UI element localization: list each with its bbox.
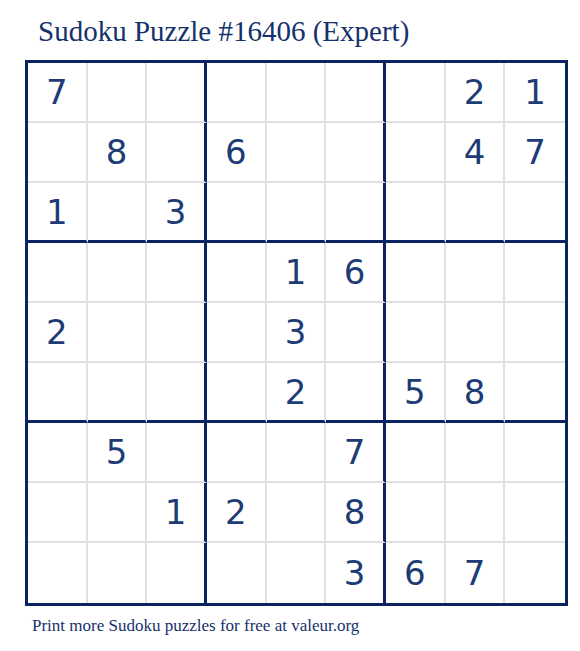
- cell-r3c4[interactable]: [207, 183, 267, 243]
- cell-r9c3[interactable]: [147, 543, 207, 603]
- cell-r8c5[interactable]: [267, 483, 327, 543]
- cell-r2c3[interactable]: [147, 123, 207, 183]
- cell-r2c7[interactable]: [386, 123, 446, 183]
- cell-r1c1[interactable]: 7: [28, 63, 88, 123]
- cell-r2c5[interactable]: [267, 123, 327, 183]
- cell-r7c9[interactable]: [505, 423, 565, 483]
- cell-r8c2[interactable]: [88, 483, 148, 543]
- cell-r8c9[interactable]: [505, 483, 565, 543]
- cell-r3c1[interactable]: 1: [28, 183, 88, 243]
- cell-r4c6[interactable]: 6: [326, 243, 386, 303]
- cell-r6c7[interactable]: 5: [386, 363, 446, 423]
- cell-r2c6[interactable]: [326, 123, 386, 183]
- sudoku-board: 721864713162325857128367: [25, 60, 568, 606]
- cell-r5c9[interactable]: [505, 303, 565, 363]
- page-title: Sudoku Puzzle #16406 (Expert): [38, 16, 409, 48]
- cell-r2c2[interactable]: 8: [88, 123, 148, 183]
- cell-r7c3[interactable]: [147, 423, 207, 483]
- cell-r1c4[interactable]: [207, 63, 267, 123]
- cell-r7c5[interactable]: [267, 423, 327, 483]
- cell-r3c9[interactable]: [505, 183, 565, 243]
- cell-r3c8[interactable]: [446, 183, 506, 243]
- cell-r4c8[interactable]: [446, 243, 506, 303]
- cell-r3c2[interactable]: [88, 183, 148, 243]
- cell-r6c5[interactable]: 2: [267, 363, 327, 423]
- cell-r8c1[interactable]: [28, 483, 88, 543]
- cell-r5c7[interactable]: [386, 303, 446, 363]
- cell-r8c7[interactable]: [386, 483, 446, 543]
- cell-r5c1[interactable]: 2: [28, 303, 88, 363]
- cell-r2c4[interactable]: 6: [207, 123, 267, 183]
- cell-r9c8[interactable]: 7: [446, 543, 506, 603]
- cell-r7c6[interactable]: 7: [326, 423, 386, 483]
- cell-r1c2[interactable]: [88, 63, 148, 123]
- cell-r5c2[interactable]: [88, 303, 148, 363]
- cell-r6c9[interactable]: [505, 363, 565, 423]
- cell-r4c7[interactable]: [386, 243, 446, 303]
- cell-r9c4[interactable]: [207, 543, 267, 603]
- cell-r9c5[interactable]: [267, 543, 327, 603]
- cell-r9c7[interactable]: 6: [386, 543, 446, 603]
- cell-r4c3[interactable]: [147, 243, 207, 303]
- cell-r7c7[interactable]: [386, 423, 446, 483]
- cell-r8c3[interactable]: 1: [147, 483, 207, 543]
- cell-r7c8[interactable]: [446, 423, 506, 483]
- cell-r8c4[interactable]: 2: [207, 483, 267, 543]
- cell-r1c6[interactable]: [326, 63, 386, 123]
- cell-r7c1[interactable]: [28, 423, 88, 483]
- cell-r7c2[interactable]: 5: [88, 423, 148, 483]
- cell-r6c8[interactable]: 8: [446, 363, 506, 423]
- cell-r5c4[interactable]: [207, 303, 267, 363]
- cell-r3c5[interactable]: [267, 183, 327, 243]
- cell-r5c6[interactable]: [326, 303, 386, 363]
- cell-r9c9[interactable]: [505, 543, 565, 603]
- footer-text: Print more Sudoku puzzles for free at va…: [32, 616, 359, 636]
- cell-r9c2[interactable]: [88, 543, 148, 603]
- cell-r4c4[interactable]: [207, 243, 267, 303]
- cell-r5c5[interactable]: 3: [267, 303, 327, 363]
- cell-r8c8[interactable]: [446, 483, 506, 543]
- cell-r3c3[interactable]: 3: [147, 183, 207, 243]
- cell-r2c1[interactable]: [28, 123, 88, 183]
- cell-r5c8[interactable]: [446, 303, 506, 363]
- cell-r2c9[interactable]: 7: [505, 123, 565, 183]
- cell-r4c1[interactable]: [28, 243, 88, 303]
- cell-r4c5[interactable]: 1: [267, 243, 327, 303]
- cell-r8c6[interactable]: 8: [326, 483, 386, 543]
- cell-r1c7[interactable]: [386, 63, 446, 123]
- cell-r6c3[interactable]: [147, 363, 207, 423]
- cell-r1c8[interactable]: 2: [446, 63, 506, 123]
- cell-r6c2[interactable]: [88, 363, 148, 423]
- cell-r1c9[interactable]: 1: [505, 63, 565, 123]
- cell-r9c1[interactable]: [28, 543, 88, 603]
- sudoku-page: Sudoku Puzzle #16406 (Expert) 7218647131…: [0, 0, 580, 651]
- cell-r3c6[interactable]: [326, 183, 386, 243]
- cell-r2c8[interactable]: 4: [446, 123, 506, 183]
- cell-r6c1[interactable]: [28, 363, 88, 423]
- cell-r4c9[interactable]: [505, 243, 565, 303]
- cell-r6c6[interactable]: [326, 363, 386, 423]
- cell-r1c5[interactable]: [267, 63, 327, 123]
- cell-r9c6[interactable]: 3: [326, 543, 386, 603]
- cell-r7c4[interactable]: [207, 423, 267, 483]
- cell-r1c3[interactable]: [147, 63, 207, 123]
- cell-r4c2[interactable]: [88, 243, 148, 303]
- cell-r6c4[interactable]: [207, 363, 267, 423]
- cell-r5c3[interactable]: [147, 303, 207, 363]
- cell-r3c7[interactable]: [386, 183, 446, 243]
